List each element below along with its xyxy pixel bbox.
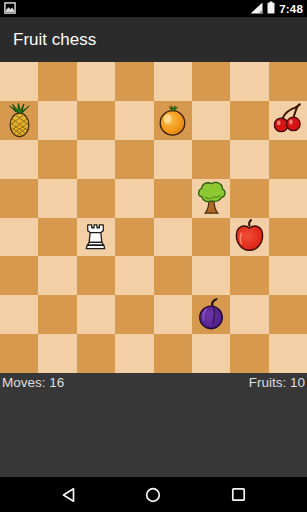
square-b4[interactable] <box>38 218 76 257</box>
square-h7[interactable] <box>269 101 307 140</box>
square-b3[interactable] <box>38 256 76 295</box>
square-e4[interactable] <box>154 218 192 257</box>
square-h2[interactable] <box>269 295 307 334</box>
status-time: 7:48 <box>279 3 303 15</box>
piece-plum[interactable] <box>194 297 229 332</box>
battery-icon <box>267 0 275 18</box>
square-f6[interactable] <box>192 140 230 179</box>
square-h6[interactable] <box>269 140 307 179</box>
square-b1[interactable] <box>38 334 76 373</box>
square-g4[interactable] <box>230 218 268 257</box>
status-panel: Moves: 16 Fruits: 10 <box>0 373 307 477</box>
square-e5[interactable] <box>154 179 192 218</box>
square-d6[interactable] <box>115 140 153 179</box>
square-a7[interactable] <box>0 101 38 140</box>
screenshot-notification-icon <box>4 0 16 18</box>
square-b8[interactable] <box>38 62 76 101</box>
nav-bar <box>0 477 307 512</box>
fruits-counter: Fruits: 10 <box>249 374 305 392</box>
square-g7[interactable] <box>230 101 268 140</box>
square-b6[interactable] <box>38 140 76 179</box>
square-f7[interactable] <box>192 101 230 140</box>
square-b7[interactable] <box>38 101 76 140</box>
square-g6[interactable] <box>230 140 268 179</box>
square-c3[interactable] <box>77 256 115 295</box>
square-d3[interactable] <box>115 256 153 295</box>
square-h5[interactable] <box>269 179 307 218</box>
chess-board <box>0 62 307 373</box>
square-d5[interactable] <box>115 179 153 218</box>
square-e2[interactable] <box>154 295 192 334</box>
square-e7[interactable] <box>154 101 192 140</box>
piece-orange[interactable] <box>155 103 190 138</box>
square-c8[interactable] <box>77 62 115 101</box>
status-bar: 7:48 <box>0 0 307 17</box>
square-f2[interactable] <box>192 295 230 334</box>
square-a1[interactable] <box>0 334 38 373</box>
square-a6[interactable] <box>0 140 38 179</box>
square-c6[interactable] <box>77 140 115 179</box>
square-g8[interactable] <box>230 62 268 101</box>
signal-icon <box>250 0 263 18</box>
square-f1[interactable] <box>192 334 230 373</box>
square-g2[interactable] <box>230 295 268 334</box>
square-f4[interactable] <box>192 218 230 257</box>
square-a2[interactable] <box>0 295 38 334</box>
square-c1[interactable] <box>77 334 115 373</box>
square-h8[interactable] <box>269 62 307 101</box>
square-d4[interactable] <box>115 218 153 257</box>
square-h3[interactable] <box>269 256 307 295</box>
square-d2[interactable] <box>115 295 153 334</box>
square-f8[interactable] <box>192 62 230 101</box>
home-button[interactable] <box>143 485 163 505</box>
square-a3[interactable] <box>0 256 38 295</box>
square-d1[interactable] <box>115 334 153 373</box>
piece-tree[interactable] <box>194 181 229 216</box>
square-a8[interactable] <box>0 62 38 101</box>
piece-apple[interactable] <box>232 219 267 254</box>
square-c7[interactable] <box>77 101 115 140</box>
square-h1[interactable] <box>269 334 307 373</box>
app-screen: 7:48 Fruit chess Moves: 16 Fruits: 10 <box>0 0 307 512</box>
square-e3[interactable] <box>154 256 192 295</box>
square-g5[interactable] <box>230 179 268 218</box>
square-c4[interactable] <box>77 218 115 257</box>
square-f3[interactable] <box>192 256 230 295</box>
square-a4[interactable] <box>0 218 38 257</box>
back-button[interactable] <box>59 485 78 505</box>
square-g3[interactable] <box>230 256 268 295</box>
piece-pineapple[interactable] <box>2 103 37 138</box>
square-e6[interactable] <box>154 140 192 179</box>
recents-button[interactable] <box>229 485 248 504</box>
square-a5[interactable] <box>0 179 38 218</box>
square-f5[interactable] <box>192 179 230 218</box>
square-b2[interactable] <box>38 295 76 334</box>
square-e8[interactable] <box>154 62 192 101</box>
square-b5[interactable] <box>38 179 76 218</box>
square-h4[interactable] <box>269 218 307 257</box>
square-g1[interactable] <box>230 334 268 373</box>
square-c5[interactable] <box>77 179 115 218</box>
app-bar: Fruit chess <box>0 17 307 62</box>
piece-white-rook[interactable] <box>78 219 113 254</box>
square-e1[interactable] <box>154 334 192 373</box>
moves-counter: Moves: 16 <box>2 374 64 392</box>
app-title: Fruit chess <box>13 30 96 50</box>
square-d8[interactable] <box>115 62 153 101</box>
piece-cherries[interactable] <box>270 103 305 138</box>
square-c2[interactable] <box>77 295 115 334</box>
square-d7[interactable] <box>115 101 153 140</box>
